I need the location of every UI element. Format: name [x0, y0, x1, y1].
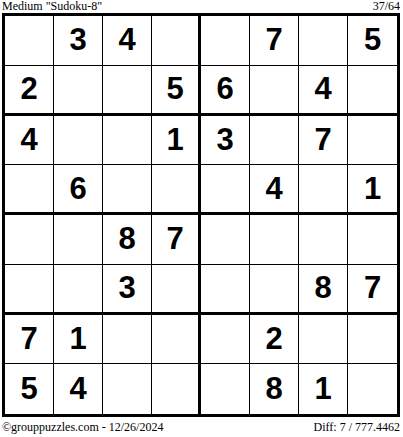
cell-r7c8-empty[interactable] [348, 315, 397, 365]
footer-bar: ©grouppuzzles.com - 12/26/2024 Diff: 7 /… [2, 419, 400, 435]
cell-r3c4-given: 1 [152, 116, 201, 166]
cell-r5c5-empty[interactable] [201, 215, 250, 265]
cell-r2c8-empty[interactable] [348, 66, 397, 116]
cell-r4c7-empty[interactable] [299, 165, 348, 215]
cell-r1c6-given: 7 [250, 16, 299, 66]
cell-r4c8-given: 1 [348, 165, 397, 215]
cell-r1c3-given: 4 [103, 16, 152, 66]
cell-r7c3-empty[interactable] [103, 315, 152, 365]
cell-r2c7-given: 4 [299, 66, 348, 116]
cell-r6c5-empty[interactable] [201, 265, 250, 315]
cell-r2c3-empty[interactable] [103, 66, 152, 116]
cell-r3c5-given: 3 [201, 116, 250, 166]
cell-r4c3-empty[interactable] [103, 165, 152, 215]
puzzle-counter: 37/64 [373, 0, 400, 13]
sudoku-board: 347525644137641873877125481 [2, 13, 400, 417]
cell-r8c1-given: 5 [5, 364, 54, 414]
cell-r8c8-empty[interactable] [348, 364, 397, 414]
cell-r4c5-empty[interactable] [201, 165, 250, 215]
cell-r7c2-given: 1 [54, 315, 103, 365]
cell-r7c6-given: 2 [250, 315, 299, 365]
cell-r8c5-empty[interactable] [201, 364, 250, 414]
cell-r1c1-empty[interactable] [5, 16, 54, 66]
cell-r3c7-given: 7 [299, 116, 348, 166]
cell-r6c6-empty[interactable] [250, 265, 299, 315]
cell-r3c3-empty[interactable] [103, 116, 152, 166]
cell-r2c4-given: 5 [152, 66, 201, 116]
cell-r5c1-empty[interactable] [5, 215, 54, 265]
cell-r1c7-empty[interactable] [299, 16, 348, 66]
cell-r6c3-given: 3 [103, 265, 152, 315]
cell-r6c1-empty[interactable] [5, 265, 54, 315]
cell-r6c7-given: 8 [299, 265, 348, 315]
cell-r5c2-empty[interactable] [54, 215, 103, 265]
cell-r5c4-given: 7 [152, 215, 201, 265]
header-bar: Medium "Sudoku-8" 37/64 [2, 0, 400, 13]
copyright-text: ©grouppuzzles.com - 12/26/2024 [2, 419, 163, 435]
cell-r8c3-empty[interactable] [103, 364, 152, 414]
cell-r3c1-given: 4 [5, 116, 54, 166]
cell-r7c4-empty[interactable] [152, 315, 201, 365]
difficulty-text: Diff: 7 / 777.4462 [314, 419, 400, 435]
cell-r5c6-empty[interactable] [250, 215, 299, 265]
cell-r2c2-empty[interactable] [54, 66, 103, 116]
cell-r7c7-empty[interactable] [299, 315, 348, 365]
cell-r8c2-given: 4 [54, 364, 103, 414]
cell-r2c6-empty[interactable] [250, 66, 299, 116]
cell-r1c8-given: 5 [348, 16, 397, 66]
cell-r8c6-given: 8 [250, 364, 299, 414]
cell-r2c5-given: 6 [201, 66, 250, 116]
cell-r7c5-empty[interactable] [201, 315, 250, 365]
cell-r3c8-empty[interactable] [348, 116, 397, 166]
cell-r8c4-empty[interactable] [152, 364, 201, 414]
cell-r4c2-given: 6 [54, 165, 103, 215]
cell-r8c7-given: 1 [299, 364, 348, 414]
cell-r5c7-empty[interactable] [299, 215, 348, 265]
cell-r6c8-given: 7 [348, 265, 397, 315]
cell-r1c4-empty[interactable] [152, 16, 201, 66]
cell-r5c3-given: 8 [103, 215, 152, 265]
puzzle-title: Medium "Sudoku-8" [2, 0, 102, 13]
cell-r5c8-empty[interactable] [348, 215, 397, 265]
cell-r6c2-empty[interactable] [54, 265, 103, 315]
cell-r2c1-given: 2 [5, 66, 54, 116]
cell-r6c4-empty[interactable] [152, 265, 201, 315]
cell-r3c2-empty[interactable] [54, 116, 103, 166]
cell-r1c2-given: 3 [54, 16, 103, 66]
cell-r4c1-empty[interactable] [5, 165, 54, 215]
cell-r4c4-empty[interactable] [152, 165, 201, 215]
cell-r1c5-empty[interactable] [201, 16, 250, 66]
cell-r3c6-empty[interactable] [250, 116, 299, 166]
cell-r4c6-given: 4 [250, 165, 299, 215]
cell-r7c1-given: 7 [5, 315, 54, 365]
